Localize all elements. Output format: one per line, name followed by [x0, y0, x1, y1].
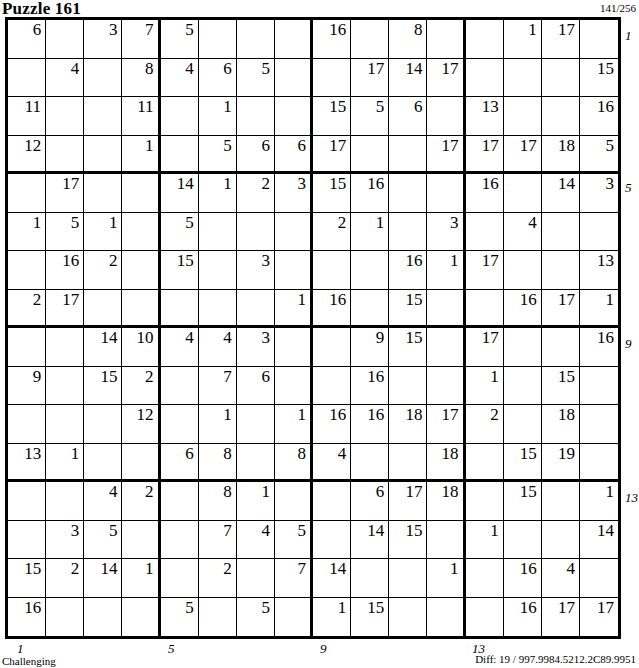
grid-cell-r1c14[interactable]: 1 — [504, 20, 542, 59]
col-label-9: 9 — [320, 641, 327, 657]
grid-cell-r2c6[interactable]: 6 — [199, 59, 237, 98]
grid-cell-r11c11[interactable]: 18 — [389, 405, 427, 444]
cell-value: 4 — [109, 483, 118, 501]
grid-cell-r14c3[interactable]: 5 — [84, 521, 122, 560]
cell-value: 2 — [490, 406, 499, 424]
cell-value: 16 — [367, 368, 384, 386]
grid-cell-r3c4[interactable]: 11 — [122, 97, 160, 136]
cell-value: 3 — [71, 522, 80, 540]
grid-cell-r4c15[interactable]: 18 — [542, 136, 580, 175]
grid-cell-r15c1[interactable]: 15 — [8, 559, 46, 598]
grid-cell-r14c10[interactable]: 14 — [351, 521, 389, 560]
grid-cell-r14c6[interactable]: 7 — [199, 521, 237, 560]
grid-cell-r15c11[interactable] — [389, 559, 427, 598]
cell-value: 12 — [24, 137, 41, 155]
grid-cell-r5c2[interactable]: 17 — [46, 174, 84, 213]
grid-cell-r15c6[interactable]: 2 — [199, 559, 237, 598]
grid-cell-r7c15[interactable] — [542, 251, 580, 290]
grid-cell-r15c14[interactable]: 16 — [504, 559, 542, 598]
grid-cell-r2c13[interactable] — [466, 59, 504, 98]
grid-cell-r11c9[interactable]: 16 — [313, 405, 351, 444]
grid-cell-r3c10[interactable]: 5 — [351, 97, 389, 136]
grid-cell-r13c12[interactable]: 18 — [427, 482, 465, 521]
grid-cell-r11c4[interactable]: 12 — [122, 405, 160, 444]
grid-cell-r13c11[interactable]: 17 — [389, 482, 427, 521]
cell-value: 13 — [597, 252, 614, 270]
grid-cell-r12c4[interactable] — [122, 444, 160, 483]
grid-cell-r8c1[interactable]: 2 — [8, 290, 46, 329]
grid-cell-r8c12[interactable] — [427, 290, 465, 329]
grid-cell-r4c11[interactable] — [389, 136, 427, 175]
grid-cell-r13c15[interactable] — [542, 482, 580, 521]
grid-cell-r12c2[interactable]: 1 — [46, 444, 84, 483]
grid-cell-r8c5[interactable] — [161, 290, 199, 329]
cell-value: 2 — [71, 560, 80, 578]
cell-value: 16 — [597, 98, 614, 116]
grid-cell-r2c1[interactable] — [8, 59, 46, 98]
grid-cell-r5c3[interactable] — [84, 174, 122, 213]
grid-cell-r5c13[interactable]: 16 — [466, 174, 504, 213]
cell-value: 16 — [367, 175, 384, 193]
cell-value: 8 — [145, 60, 154, 78]
cell-value: 9 — [376, 329, 385, 347]
grid-cell-r15c16[interactable] — [580, 559, 618, 598]
cell-value: 2 — [261, 175, 270, 193]
grid-cell-r15c7[interactable] — [237, 559, 275, 598]
grid-cell-r2c8[interactable] — [275, 59, 313, 98]
grid-cell-r11c13[interactable]: 2 — [466, 405, 504, 444]
cell-value: 1 — [450, 560, 459, 578]
grid-cell-r12c12[interactable]: 18 — [427, 444, 465, 483]
grid-cell-r16c12[interactable] — [427, 598, 465, 637]
grid-cell-r12c15[interactable]: 19 — [542, 444, 580, 483]
grid-cell-r4c2[interactable] — [46, 136, 84, 175]
grid-cell-r14c5[interactable] — [161, 521, 199, 560]
grid-cell-r6c12[interactable]: 3 — [427, 213, 465, 252]
grid-cell-r9c15[interactable] — [542, 328, 580, 367]
grid-cell-r7c8[interactable] — [275, 251, 313, 290]
grid-cell-r10c14[interactable] — [504, 367, 542, 406]
grid-cell-r16c5[interactable]: 5 — [161, 598, 199, 637]
grid-cell-r10c13[interactable]: 1 — [466, 367, 504, 406]
cell-value: 1 — [376, 214, 385, 232]
grid-cell-r9c16[interactable]: 16 — [580, 328, 618, 367]
grid-cell-r3c11[interactable]: 6 — [389, 97, 427, 136]
grid-cell-r16c13[interactable] — [466, 598, 504, 637]
grid-cell-r14c8[interactable]: 5 — [275, 521, 313, 560]
grid-cell-r12c8[interactable]: 8 — [275, 444, 313, 483]
grid-cell-r4c5[interactable] — [161, 136, 199, 175]
cell-value: 5 — [185, 214, 194, 232]
grid-cell-r9c9[interactable] — [313, 328, 351, 367]
grid-cell-r16c2[interactable] — [46, 598, 84, 637]
grid-cell-r16c15[interactable]: 17 — [542, 598, 580, 637]
grid-cell-r9c6[interactable]: 4 — [199, 328, 237, 367]
cell-value: 5 — [185, 599, 194, 617]
cell-value: 1 — [71, 445, 80, 463]
grid-cell-r7c6[interactable] — [199, 251, 237, 290]
grid-cell-r12c14[interactable]: 15 — [504, 444, 542, 483]
grid-cell-r14c9[interactable] — [313, 521, 351, 560]
grid-cell-r13c13[interactable] — [466, 482, 504, 521]
grid-cell-r6c3[interactable]: 1 — [84, 213, 122, 252]
grid-cell-r7c9[interactable] — [313, 251, 351, 290]
grid-cell-r4c12[interactable]: 17 — [427, 136, 465, 175]
grid-cell-r16c11[interactable] — [389, 598, 427, 637]
grid-cell-r6c13[interactable] — [466, 213, 504, 252]
cell-value: 6 — [185, 445, 194, 463]
grid-cell-r13c9[interactable] — [313, 482, 351, 521]
grid-cell-r3c6[interactable]: 1 — [199, 97, 237, 136]
grid-cell-r15c2[interactable]: 2 — [46, 559, 84, 598]
grid-cell-r8c11[interactable]: 15 — [389, 290, 427, 329]
grid-cell-r7c4[interactable] — [122, 251, 160, 290]
grid-cell-r10c16[interactable] — [580, 367, 618, 406]
grid-cell-r14c1[interactable] — [8, 521, 46, 560]
grid-cell-r3c2[interactable] — [46, 97, 84, 136]
grid-cell-r8c9[interactable]: 16 — [313, 290, 351, 329]
grid-cell-r12c10[interactable] — [351, 444, 389, 483]
grid-cell-r8c15[interactable]: 17 — [542, 290, 580, 329]
grid-cell-r16c14[interactable]: 16 — [504, 598, 542, 637]
grid-cell-r3c8[interactable] — [275, 97, 313, 136]
grid-cell-r13c1[interactable] — [8, 482, 46, 521]
grid-cell-r11c16[interactable] — [580, 405, 618, 444]
grid-cell-r5c8[interactable]: 3 — [275, 174, 313, 213]
grid-cell-r3c7[interactable] — [237, 97, 275, 136]
grid-cell-r2c9[interactable] — [313, 59, 351, 98]
cell-value: 5 — [376, 98, 385, 116]
grid-cell-r6c5[interactable]: 5 — [161, 213, 199, 252]
grid-cell-r10c2[interactable] — [46, 367, 84, 406]
grid-cell-r6c1[interactable]: 1 — [8, 213, 46, 252]
grid-cell-r8c2[interactable]: 17 — [46, 290, 84, 329]
grid-cell-r7c14[interactable] — [504, 251, 542, 290]
grid-cell-r9c4[interactable]: 10 — [122, 328, 160, 367]
grid-cell-r10c8[interactable] — [275, 367, 313, 406]
cell-value: 2 — [223, 560, 232, 578]
grid-cell-r11c2[interactable] — [46, 405, 84, 444]
grid-cell-r16c9[interactable]: 1 — [313, 598, 351, 637]
grid-cell-r16c10[interactable]: 15 — [351, 598, 389, 637]
grid-cell-r15c9[interactable]: 14 — [313, 559, 351, 598]
grid-cell-r14c12[interactable] — [427, 521, 465, 560]
grid-cell-r5c12[interactable] — [427, 174, 465, 213]
cell-value: 7 — [145, 21, 154, 39]
grid-cell-r8c4[interactable] — [122, 290, 160, 329]
grid-cell-r15c3[interactable]: 14 — [84, 559, 122, 598]
grid-cell-r9c13[interactable]: 17 — [466, 328, 504, 367]
grid-cell-r11c12[interactable]: 17 — [427, 405, 465, 444]
grid-cell-r4c1[interactable]: 12 — [8, 136, 46, 175]
grid-cell-r16c7[interactable]: 5 — [237, 598, 275, 637]
grid-cell-r13c7[interactable]: 1 — [237, 482, 275, 521]
grid-cell-r13c16[interactable]: 1 — [580, 482, 618, 521]
grid-cell-r4c9[interactable]: 17 — [313, 136, 351, 175]
grid-cell-r6c15[interactable] — [542, 213, 580, 252]
grid-cell-r11c1[interactable] — [8, 405, 46, 444]
grid-cell-r9c12[interactable] — [427, 328, 465, 367]
cell-value: 14 — [405, 60, 422, 78]
grid-cell-r6c11[interactable] — [389, 213, 427, 252]
grid-cell-r4c6[interactable]: 5 — [199, 136, 237, 175]
grid-cell-r6c8[interactable] — [275, 213, 313, 252]
grid-cell-r4c14[interactable]: 17 — [504, 136, 542, 175]
grid-cell-r9c2[interactable] — [46, 328, 84, 367]
grid-cell-r9c5[interactable]: 4 — [161, 328, 199, 367]
cell-value: 18 — [442, 445, 459, 463]
grid-cell-r8c14[interactable]: 16 — [504, 290, 542, 329]
grid-cell-r9c11[interactable]: 15 — [389, 328, 427, 367]
grid-cell-r10c11[interactable] — [389, 367, 427, 406]
grid-cell-r7c5[interactable]: 15 — [161, 251, 199, 290]
grid-cell-r11c6[interactable]: 1 — [199, 405, 237, 444]
grid-cell-r6c10[interactable]: 1 — [351, 213, 389, 252]
grid-cell-r5c14[interactable] — [504, 174, 542, 213]
grid-cell-r2c5[interactable]: 4 — [161, 59, 199, 98]
grid-cell-r15c12[interactable]: 1 — [427, 559, 465, 598]
grid-cell-r11c7[interactable] — [237, 405, 275, 444]
grid-cell-r5c6[interactable]: 1 — [199, 174, 237, 213]
grid-cell-r3c5[interactable] — [161, 97, 199, 136]
grid-cell-r4c10[interactable] — [351, 136, 389, 175]
grid-cell-r8c10[interactable] — [351, 290, 389, 329]
grid-cell-r3c12[interactable] — [427, 97, 465, 136]
grid-cell-r1c4[interactable]: 7 — [122, 20, 160, 59]
grid-cell-r11c10[interactable]: 16 — [351, 405, 389, 444]
grid-cell-r6c7[interactable] — [237, 213, 275, 252]
grid-cell-r9c14[interactable] — [504, 328, 542, 367]
grid-cell-r13c8[interactable] — [275, 482, 313, 521]
grid-cell-r14c2[interactable]: 3 — [46, 521, 84, 560]
grid-cell-r5c11[interactable] — [389, 174, 427, 213]
grid-cell-r1c1[interactable]: 6 — [8, 20, 46, 59]
grid-cell-r15c5[interactable] — [161, 559, 199, 598]
grid-cell-r12c7[interactable] — [237, 444, 275, 483]
grid-cell-r14c7[interactable]: 4 — [237, 521, 275, 560]
grid-cell-r16c3[interactable] — [84, 598, 122, 637]
grid-cell-r2c3[interactable] — [84, 59, 122, 98]
grid-cell-r14c15[interactable] — [542, 521, 580, 560]
grid-cell-r7c11[interactable]: 16 — [389, 251, 427, 290]
grid-cell-r6c14[interactable]: 4 — [504, 213, 542, 252]
cell-value: 1 — [528, 21, 537, 39]
cell-value: 15 — [405, 522, 422, 540]
grid-cell-r13c10[interactable]: 6 — [351, 482, 389, 521]
grid-cell-r15c15[interactable]: 4 — [542, 559, 580, 598]
cell-value: 5 — [71, 214, 80, 232]
grid-cell-r11c15[interactable]: 18 — [542, 405, 580, 444]
cell-value: 1 — [223, 175, 232, 193]
grid-cell-r5c1[interactable] — [8, 174, 46, 213]
cell-value: 16 — [62, 252, 79, 270]
grid-cell-r1c16[interactable] — [580, 20, 618, 59]
grid-cell-r8c13[interactable] — [466, 290, 504, 329]
grid-cell-r13c3[interactable]: 4 — [84, 482, 122, 521]
grid-cell-r8c3[interactable] — [84, 290, 122, 329]
grid-cell-r3c9[interactable]: 15 — [313, 97, 351, 136]
grid-cell-r14c4[interactable] — [122, 521, 160, 560]
cell-value: 16 — [329, 406, 346, 424]
grid-cell-r1c8[interactable] — [275, 20, 313, 59]
grid-cell-r5c5[interactable]: 14 — [161, 174, 199, 213]
grid-cell-r16c16[interactable]: 17 — [580, 598, 618, 637]
grid-cell-r9c7[interactable]: 3 — [237, 328, 275, 367]
grid-cell-r1c7[interactable] — [237, 20, 275, 59]
grid-cell-r1c13[interactable] — [466, 20, 504, 59]
grid-cell-r7c1[interactable] — [8, 251, 46, 290]
grid-cell-r3c16[interactable]: 16 — [580, 97, 618, 136]
grid-cell-r9c10[interactable]: 9 — [351, 328, 389, 367]
grid-cell-r4c13[interactable]: 17 — [466, 136, 504, 175]
grid-cell-r9c1[interactable] — [8, 328, 46, 367]
grid-cell-r11c5[interactable] — [161, 405, 199, 444]
cell-value: 17 — [482, 252, 499, 270]
grid-cell-r12c11[interactable] — [389, 444, 427, 483]
grid-cell-r7c3[interactable]: 2 — [84, 251, 122, 290]
grid-cell-r1c11[interactable]: 8 — [389, 20, 427, 59]
grid-cell-r10c7[interactable]: 6 — [237, 367, 275, 406]
grid-cell-r6c2[interactable]: 5 — [46, 213, 84, 252]
grid-cell-r15c10[interactable] — [351, 559, 389, 598]
cell-value: 7 — [223, 522, 232, 540]
cell-value: 16 — [367, 406, 384, 424]
grid-cell-r8c8[interactable]: 1 — [275, 290, 313, 329]
grid-cell-r3c15[interactable] — [542, 97, 580, 136]
grid-cell-r11c3[interactable] — [84, 405, 122, 444]
grid-cell-r7c10[interactable] — [351, 251, 389, 290]
grid-cell-r1c15[interactable]: 17 — [542, 20, 580, 59]
grid-cell-r14c14[interactable] — [504, 521, 542, 560]
grid-cell-r2c2[interactable]: 4 — [46, 59, 84, 98]
grid-cell-r3c14[interactable] — [504, 97, 542, 136]
grid-cell-r7c7[interactable]: 3 — [237, 251, 275, 290]
grid-cell-r10c15[interactable]: 15 — [542, 367, 580, 406]
grid-cell-r6c4[interactable] — [122, 213, 160, 252]
grid-cell-r15c8[interactable]: 7 — [275, 559, 313, 598]
grid-cell-r8c6[interactable] — [199, 290, 237, 329]
grid-cell-r1c3[interactable]: 3 — [84, 20, 122, 59]
grid-cell-r8c7[interactable] — [237, 290, 275, 329]
grid-cell-r10c5[interactable] — [161, 367, 199, 406]
grid-cell-r5c9[interactable]: 15 — [313, 174, 351, 213]
grid-cell-r5c4[interactable] — [122, 174, 160, 213]
grid-cell-r16c8[interactable] — [275, 598, 313, 637]
grid-cell-r13c6[interactable]: 8 — [199, 482, 237, 521]
grid-cell-r4c7[interactable]: 6 — [237, 136, 275, 175]
grid-cell-r9c3[interactable]: 14 — [84, 328, 122, 367]
grid-cell-r8c16[interactable]: 1 — [580, 290, 618, 329]
grid-cell-r13c2[interactable] — [46, 482, 84, 521]
grid-cell-r13c5[interactable] — [161, 482, 199, 521]
grid-cell-r11c8[interactable]: 1 — [275, 405, 313, 444]
grid-cell-r7c2[interactable]: 16 — [46, 251, 84, 290]
cell-value: 6 — [261, 368, 270, 386]
grid-cell-r6c9[interactable]: 2 — [313, 213, 351, 252]
grid-cell-r12c5[interactable]: 6 — [161, 444, 199, 483]
grid-cell-r9c8[interactable] — [275, 328, 313, 367]
grid-cell-r1c2[interactable] — [46, 20, 84, 59]
grid-cell-r12c3[interactable] — [84, 444, 122, 483]
grid-cell-r14c13[interactable]: 1 — [466, 521, 504, 560]
grid-cell-r3c3[interactable] — [84, 97, 122, 136]
cell-value: 4 — [185, 60, 194, 78]
cell-value: 1 — [223, 98, 232, 116]
grid-cell-r5c10[interactable]: 16 — [351, 174, 389, 213]
grid-cell-r10c1[interactable]: 9 — [8, 367, 46, 406]
grid-cell-r14c16[interactable]: 14 — [580, 521, 618, 560]
cell-value: 1 — [145, 560, 154, 578]
grid-cell-r1c9[interactable]: 16 — [313, 20, 351, 59]
grid-cell-r10c3[interactable]: 15 — [84, 367, 122, 406]
grid-cell-r16c4[interactable] — [122, 598, 160, 637]
grid-cell-r4c4[interactable]: 1 — [122, 136, 160, 175]
grid-cell-r7c12[interactable]: 1 — [427, 251, 465, 290]
cell-value: 2 — [145, 483, 154, 501]
grid-cell-r15c4[interactable]: 1 — [122, 559, 160, 598]
grid-cell-r10c9[interactable] — [313, 367, 351, 406]
cell-value: 6 — [298, 137, 307, 155]
grid-cell-r7c16[interactable]: 13 — [580, 251, 618, 290]
grid-cell-r4c3[interactable] — [84, 136, 122, 175]
grid-cell-r12c13[interactable] — [466, 444, 504, 483]
grid-cell-r1c10[interactable] — [351, 20, 389, 59]
cell-value: 2 — [145, 368, 154, 386]
grid-cell-r10c12[interactable] — [427, 367, 465, 406]
grid-cell-r3c13[interactable]: 13 — [466, 97, 504, 136]
grid-cell-r13c4[interactable]: 2 — [122, 482, 160, 521]
grid-cell-r2c16[interactable]: 15 — [580, 59, 618, 98]
grid-cell-r2c7[interactable]: 5 — [237, 59, 275, 98]
grid-cell-r13c14[interactable]: 15 — [504, 482, 542, 521]
grid-cell-r12c16[interactable] — [580, 444, 618, 483]
grid-cell-r5c16[interactable]: 3 — [580, 174, 618, 213]
grid-cell-r1c6[interactable] — [199, 20, 237, 59]
grid-cell-r12c1[interactable]: 13 — [8, 444, 46, 483]
grid-cell-r2c15[interactable] — [542, 59, 580, 98]
cell-value: 17 — [482, 137, 499, 155]
grid-cell-r10c10[interactable]: 16 — [351, 367, 389, 406]
grid-cell-r2c12[interactable]: 17 — [427, 59, 465, 98]
grid-cell-r14c11[interactable]: 15 — [389, 521, 427, 560]
grid-cell-r10c6[interactable]: 7 — [199, 367, 237, 406]
grid-cell-r5c7[interactable]: 2 — [237, 174, 275, 213]
grid-cell-r2c14[interactable] — [504, 59, 542, 98]
grid-cell-r6c16[interactable] — [580, 213, 618, 252]
grid-cell-r6c6[interactable] — [199, 213, 237, 252]
grid-cell-r4c16[interactable]: 5 — [580, 136, 618, 175]
grid-cell-r15c13[interactable] — [466, 559, 504, 598]
cell-value: 6 — [376, 483, 385, 501]
grid-cell-r2c11[interactable]: 14 — [389, 59, 427, 98]
grid-cell-r12c9[interactable]: 4 — [313, 444, 351, 483]
cell-value: 3 — [298, 175, 307, 193]
grid-cell-r1c5[interactable]: 5 — [161, 20, 199, 59]
grid-cell-r2c4[interactable]: 8 — [122, 59, 160, 98]
grid-cell-r1c12[interactable] — [427, 20, 465, 59]
grid-cell-r12c6[interactable]: 8 — [199, 444, 237, 483]
grid-cell-r16c1[interactable]: 16 — [8, 598, 46, 637]
grid-cell-r4c8[interactable]: 6 — [275, 136, 313, 175]
grid-cell-r16c6[interactable] — [199, 598, 237, 637]
grid-cell-r10c4[interactable]: 2 — [122, 367, 160, 406]
grid-cell-r5c15[interactable]: 14 — [542, 174, 580, 213]
grid-cell-r7c13[interactable]: 17 — [466, 251, 504, 290]
grid-cell-r2c10[interactable]: 17 — [351, 59, 389, 98]
grid-cell-r11c14[interactable] — [504, 405, 542, 444]
cell-value: 1 — [298, 291, 307, 309]
grid-cell-r3c1[interactable]: 11 — [8, 97, 46, 136]
